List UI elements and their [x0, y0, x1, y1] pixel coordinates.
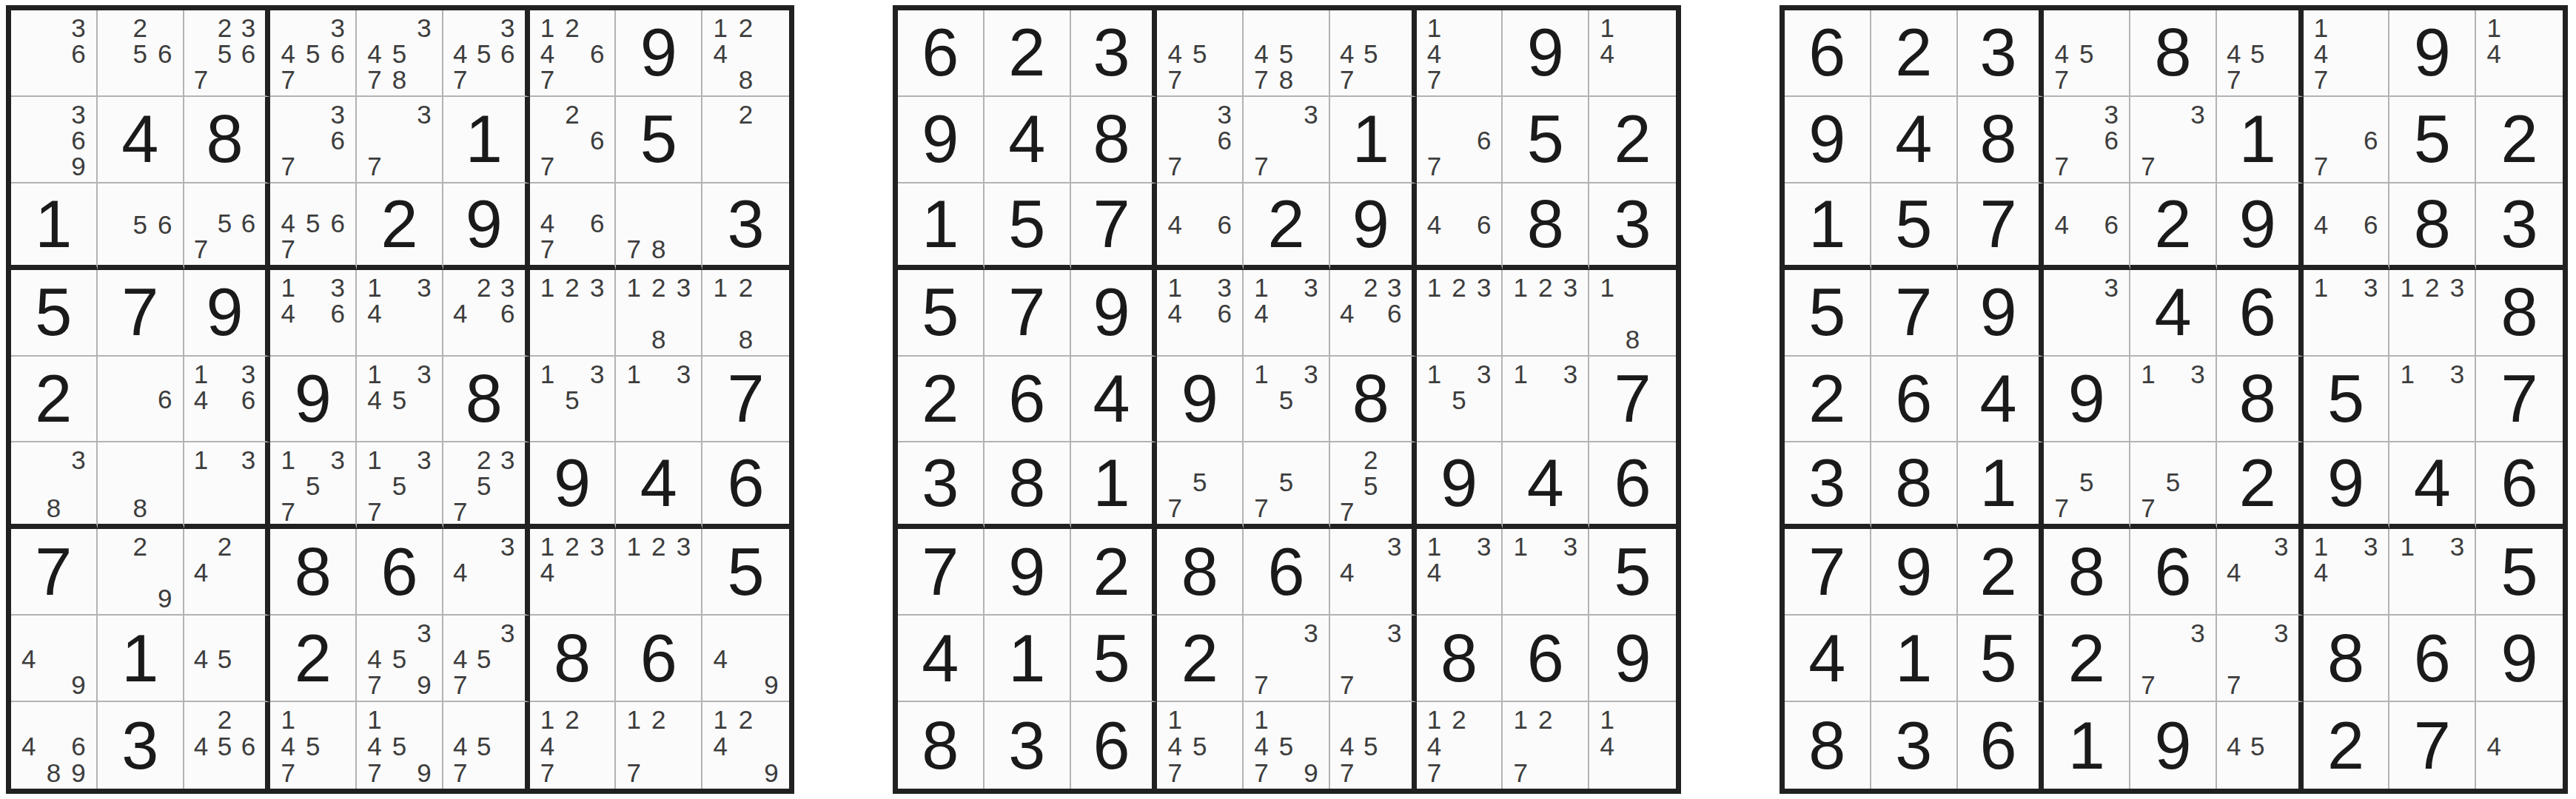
board3-cell-r2c3[interactable]: 8: [1958, 97, 2045, 183]
board3-cell-r8c3[interactable]: 5: [1958, 616, 2045, 702]
board1-cell-r6c7[interactable]: 9: [530, 442, 617, 529]
board1-cell-r9c1[interactable]: 4689: [11, 702, 98, 789]
board1-cell-r1c7[interactable]: 12467: [530, 10, 617, 97]
board1-cell-r8c9[interactable]: 49: [702, 616, 789, 702]
board2-cell-r5c5[interactable]: 135: [1244, 357, 1330, 443]
board1-cell-r1c9[interactable]: 1248: [702, 10, 789, 97]
board1-cell-r9c9[interactable]: 1249: [702, 702, 789, 789]
board2-cell-r6c9[interactable]: 6: [1589, 442, 1676, 529]
board2-cell-r1c8[interactable]: 9: [1503, 10, 1589, 97]
pencil-mark-6: [2185, 646, 2210, 672]
board3-cell-r6c2[interactable]: 8: [1871, 442, 1958, 529]
solved-digit: 9: [616, 10, 701, 95]
pencil-mark-6: [1472, 559, 1497, 585]
pencil-marks: 37: [357, 97, 442, 182]
board3-cell-r5c1[interactable]: 2: [1785, 357, 1871, 443]
board1-cell-r5c6[interactable]: 8: [443, 357, 530, 443]
board2-cell-r2c8[interactable]: 5: [1503, 97, 1589, 183]
board1-cell-r8c6[interactable]: 3457: [443, 616, 530, 702]
board1-cell-r1c5[interactable]: 34578: [357, 10, 443, 97]
board3-cell-r2c9[interactable]: 2: [2476, 97, 2563, 183]
board1-cell-r1c3[interactable]: 23567: [184, 10, 271, 97]
board2-cell-r3c4[interactable]: 46: [1157, 183, 1244, 270]
board1-cell-r7c6[interactable]: 34: [443, 529, 530, 616]
pencil-mark-9: [2358, 326, 2384, 352]
board2-cell-r2c6[interactable]: 1: [1330, 97, 1417, 183]
board1-cell-r7c5[interactable]: 6: [357, 529, 443, 616]
board1-cell-r6c9[interactable]: 6: [702, 442, 789, 529]
board3-cell-r1c4[interactable]: 457: [2044, 10, 2130, 97]
board1-cell-r7c7[interactable]: 1234: [530, 529, 617, 616]
board1-cell-r5c4[interactable]: 9: [270, 357, 357, 443]
pencil-mark-2: 2: [1359, 447, 1383, 473]
board3-cell-r7c1[interactable]: 7: [1785, 529, 1871, 616]
board1-cell-r2c1[interactable]: 369: [11, 97, 98, 183]
board3-cell-r3c1[interactable]: 1: [1785, 183, 1871, 270]
board1-cell-r8c2[interactable]: 1: [98, 616, 184, 702]
board3-cell-r5c5[interactable]: 13: [2130, 357, 2217, 443]
board1-cell-r9c3[interactable]: 2456: [184, 702, 271, 789]
pencil-mark-4: 4: [535, 733, 560, 760]
board1-cell-r8c8[interactable]: 6: [616, 616, 702, 702]
pencil-mark-7: 7: [2222, 672, 2246, 698]
board2-cell-r4c2[interactable]: 7: [985, 270, 1071, 357]
board3-cell-r8c5[interactable]: 37: [2130, 616, 2217, 702]
pencil-mark-3: 3: [671, 361, 697, 387]
board1-cell-r5c2[interactable]: 6: [98, 357, 184, 443]
board1-cell-r1c1[interactable]: 36: [11, 10, 98, 97]
board1-cell-r4c6[interactable]: 2346: [443, 270, 530, 357]
board2-cell-r5c6[interactable]: 8: [1330, 357, 1417, 443]
board3-cell-r4c1[interactable]: 5: [1785, 270, 1871, 357]
pencil-marks: 1457: [1157, 702, 1242, 789]
board2-cell-r7c5[interactable]: 6: [1244, 529, 1330, 616]
board1-cell-r6c1[interactable]: 38: [11, 442, 98, 529]
board3-cell-r3c2[interactable]: 5: [1871, 183, 1958, 270]
board1-cell-r4c3[interactable]: 9: [184, 270, 271, 357]
pencil-mark-2: 2: [1533, 707, 1558, 733]
board3-cell-r4c3[interactable]: 9: [1958, 270, 2045, 357]
board3-cell-r4c7[interactable]: 13: [2304, 270, 2390, 357]
board3-cell-r1c8[interactable]: 9: [2389, 10, 2476, 97]
board3-cell-r6c9[interactable]: 6: [2476, 442, 2563, 529]
pencil-mark-4: 4: [2222, 41, 2246, 67]
pencil-mark-1: [189, 620, 213, 646]
board2-cell-r5c9[interactable]: 7: [1589, 357, 1676, 443]
pencil-mark-6: [1298, 469, 1324, 495]
board3-cell-r1c3[interactable]: 3: [1958, 10, 2045, 97]
board2-cell-r2c2[interactable]: 4: [985, 97, 1071, 183]
board1-cell-r2c2[interactable]: 4: [98, 97, 184, 183]
board1-cell-r9c4[interactable]: 1457: [270, 702, 357, 789]
pencil-mark-4: 4: [1594, 41, 1620, 67]
board2-cell-r4c5[interactable]: 134: [1244, 270, 1330, 357]
board3-cell-r9c8[interactable]: 7: [2389, 702, 2476, 789]
board1-cell-r2c8[interactable]: 5: [616, 97, 702, 183]
board3-cell-r5c3[interactable]: 4: [1958, 357, 2045, 443]
board3-cell-r8c8[interactable]: 6: [2389, 616, 2476, 702]
pencil-marks: 1238: [616, 270, 701, 355]
board1-cell-r3c5[interactable]: 2: [357, 183, 443, 270]
board3-cell-r1c5[interactable]: 8: [2130, 10, 2217, 97]
board3-cell-r5c4[interactable]: 9: [2044, 357, 2130, 443]
board2-cell-r6c5[interactable]: 57: [1244, 442, 1330, 529]
board3-cell-r2c1[interactable]: 9: [1785, 97, 1871, 183]
board1-cell-r3c9[interactable]: 3: [702, 183, 789, 270]
pencil-mark-5: [387, 300, 412, 326]
pencil-mark-5: [2161, 127, 2186, 153]
board3-cell-r7c3[interactable]: 2: [1958, 529, 2045, 616]
board2-cell-r7c3[interactable]: 2: [1071, 529, 1158, 616]
board2-cell-r5c8[interactable]: 13: [1503, 357, 1589, 443]
board1-cell-r5c3[interactable]: 1346: [184, 357, 271, 443]
board3-cell-r3c8[interactable]: 8: [2389, 183, 2476, 270]
board3-cell-r4c6[interactable]: 6: [2217, 270, 2304, 357]
board3-cell-r5c6[interactable]: 8: [2217, 357, 2304, 443]
board3-cell-r4c9[interactable]: 8: [2476, 270, 2563, 357]
board2-cell-r8c5[interactable]: 37: [1244, 616, 1330, 702]
board2-cell-r2c1[interactable]: 9: [898, 97, 985, 183]
pencil-mark-2: [41, 620, 67, 646]
board1-cell-r6c5[interactable]: 1357: [357, 442, 443, 529]
pencil-mark-8: [387, 413, 412, 439]
pencil-mark-6: [2532, 733, 2557, 760]
pencil-mark-9: [585, 153, 610, 179]
board1-cell-r7c2[interactable]: 29: [98, 529, 184, 616]
board3-cell-r9c3[interactable]: 6: [1958, 702, 2045, 789]
board3-cell-r6c7[interactable]: 9: [2304, 442, 2390, 529]
board2-cell-r4c3[interactable]: 9: [1071, 270, 1158, 357]
board2-cell-r3c8[interactable]: 8: [1503, 183, 1589, 270]
board2-cell-r5c1[interactable]: 2: [898, 357, 985, 443]
board1-cell-r7c9[interactable]: 5: [702, 529, 789, 616]
board3-cell-r3c7[interactable]: 46: [2304, 183, 2390, 270]
board2-cell-r6c3[interactable]: 1: [1071, 442, 1158, 529]
board2-cell-r1c1[interactable]: 6: [898, 10, 985, 97]
pencil-mark-3: 3: [1558, 533, 1583, 559]
board2-cell-r5c3[interactable]: 4: [1071, 357, 1158, 443]
board3-cell-r2c2[interactable]: 4: [1871, 97, 1958, 183]
pencil-mark-4: [16, 473, 41, 495]
board3-cell-r3c3[interactable]: 7: [1958, 183, 2045, 270]
board1-cell-r1c8[interactable]: 9: [616, 10, 702, 97]
board2-cell-r2c9[interactable]: 2: [1589, 97, 1676, 183]
board3-cell-r7c9[interactable]: 5: [2476, 529, 2563, 616]
board2-cell-r9c1[interactable]: 8: [898, 702, 985, 789]
board1-cell-r6c4[interactable]: 1357: [270, 442, 357, 529]
board2-cell-r3c3[interactable]: 7: [1071, 183, 1158, 270]
pencil-mark-4: [2049, 300, 2074, 326]
solved-digit: 4: [1503, 442, 1588, 524]
board3-cell-r9c6[interactable]: 45: [2217, 702, 2304, 789]
pencil-mark-8: [127, 585, 152, 611]
board1-cell-r7c8[interactable]: 123: [616, 529, 702, 616]
board2-cell-r2c5[interactable]: 37: [1244, 97, 1330, 183]
board3-cell-r3c9[interactable]: 3: [2476, 183, 2563, 270]
board1-cell-r3c3[interactable]: 567: [184, 183, 271, 270]
board3-cell-r1c6[interactable]: 457: [2217, 10, 2304, 97]
board1-cell-r4c2[interactable]: 7: [98, 270, 184, 357]
board2-cell-r7c4[interactable]: 8: [1157, 529, 1244, 616]
board1-cell-r8c5[interactable]: 34579: [357, 616, 443, 702]
pencil-marks: 8: [98, 442, 183, 524]
board3-cell-r8c6[interactable]: 37: [2217, 616, 2304, 702]
pencil-mark-5: 5: [1359, 733, 1383, 760]
board3-cell-r7c7[interactable]: 134: [2304, 529, 2390, 616]
board3-cell-r5c9[interactable]: 7: [2476, 357, 2563, 443]
board1-cell-r8c7[interactable]: 8: [530, 616, 617, 702]
board1-cell-r1c6[interactable]: 34567: [443, 10, 530, 97]
pencil-mark-7: 7: [449, 499, 472, 525]
board2-cell-r4c1[interactable]: 5: [898, 270, 985, 357]
board2-cell-r8c7[interactable]: 8: [1417, 616, 1503, 702]
board1-cell-r9c5[interactable]: 14579: [357, 702, 443, 789]
pencil-mark-9: [1298, 495, 1324, 521]
board2-cell-r1c7[interactable]: 147: [1417, 10, 1503, 97]
board3-cell-r8c2[interactable]: 1: [1871, 616, 1958, 702]
board1-cell-r4c8[interactable]: 1238: [616, 270, 702, 357]
board2-cell-r6c2[interactable]: 8: [985, 442, 1071, 529]
board2-cell-r1c9[interactable]: 14: [1589, 10, 1676, 97]
board1-cell-r5c8[interactable]: 13: [616, 357, 702, 443]
board1-cell-r3c4[interactable]: 4567: [270, 183, 357, 270]
board2-cell-r2c3[interactable]: 8: [1071, 97, 1158, 183]
board2-cell-r8c2[interactable]: 1: [985, 616, 1071, 702]
board3-cell-r4c5[interactable]: 4: [2130, 270, 2217, 357]
board2-cell-r9c9[interactable]: 14: [1589, 702, 1676, 789]
board1-cell-r5c5[interactable]: 1345: [357, 357, 443, 443]
board2-cell-r3c5[interactable]: 2: [1244, 183, 1330, 270]
board3-cell-r1c2[interactable]: 2: [1871, 10, 1958, 97]
board2-cell-r6c6[interactable]: 257: [1330, 442, 1417, 529]
board2-cell-r2c4[interactable]: 367: [1157, 97, 1244, 183]
board2-cell-r6c8[interactable]: 4: [1503, 442, 1589, 529]
board3-cell-r5c8[interactable]: 13: [2389, 357, 2476, 443]
board1-cell-r3c7[interactable]: 467: [530, 183, 617, 270]
board1-cell-r9c6[interactable]: 457: [443, 702, 530, 789]
board1-cell-r5c9[interactable]: 7: [702, 357, 789, 443]
pencil-mark-9: [759, 326, 784, 352]
board2-cell-r6c7[interactable]: 9: [1417, 442, 1503, 529]
board2-cell-r4c4[interactable]: 1346: [1157, 270, 1244, 357]
board1-cell-r8c4[interactable]: 2: [270, 616, 357, 702]
board2-cell-r1c6[interactable]: 457: [1330, 10, 1417, 97]
board3-cell-r6c4[interactable]: 57: [2044, 442, 2130, 529]
pencil-mark-4: 4: [16, 733, 41, 760]
board1-cell-r7c4[interactable]: 8: [270, 529, 357, 616]
pencil-mark-5: [1359, 559, 1383, 585]
solved-digit: 9: [985, 529, 1070, 614]
board3-cell-r2c4[interactable]: 367: [2044, 97, 2130, 183]
board2-cell-r8c6[interactable]: 37: [1330, 616, 1417, 702]
board3-cell-r9c5[interactable]: 9: [2130, 702, 2217, 789]
board2-cell-r7c7[interactable]: 134: [1417, 529, 1503, 616]
board1-cell-r5c1[interactable]: 2: [11, 357, 98, 443]
board2-cell-r2c7[interactable]: 67: [1417, 97, 1503, 183]
board1-cell-r3c2[interactable]: 56: [98, 183, 184, 270]
board1-cell-r2c3[interactable]: 8: [184, 97, 271, 183]
board2-cell-r9c8[interactable]: 127: [1503, 702, 1589, 789]
board1-cell-r4c1[interactable]: 5: [11, 270, 98, 357]
board3-cell-r3c5[interactable]: 2: [2130, 183, 2217, 270]
board1-cell-r2c9[interactable]: 2: [702, 97, 789, 183]
board3-cell-r2c6[interactable]: 1: [2217, 97, 2304, 183]
board3-cell-r5c2[interactable]: 6: [1871, 357, 1958, 443]
board3-cell-r1c7[interactable]: 147: [2304, 10, 2390, 97]
board3-cell-r1c1[interactable]: 6: [1785, 10, 1871, 97]
board3-cell-r9c7[interactable]: 2: [2304, 702, 2390, 789]
board2-cell-r9c3[interactable]: 6: [1071, 702, 1158, 789]
board1-cell-r4c9[interactable]: 128: [702, 270, 789, 357]
board3-cell-r2c8[interactable]: 5: [2389, 97, 2476, 183]
board3-cell-r9c9[interactable]: 4: [2476, 702, 2563, 789]
board3-cell-r3c4[interactable]: 46: [2044, 183, 2130, 270]
board2-cell-r8c8[interactable]: 6: [1503, 616, 1589, 702]
board2-cell-r7c1[interactable]: 7: [898, 529, 985, 616]
board2-cell-r3c6[interactable]: 9: [1330, 183, 1417, 270]
board3-cell-r7c2[interactable]: 9: [1871, 529, 1958, 616]
board1-cell-r3c8[interactable]: 78: [616, 183, 702, 270]
board2-cell-r9c4[interactable]: 1457: [1157, 702, 1244, 789]
board2-cell-r6c4[interactable]: 57: [1157, 442, 1244, 529]
pencil-marks: 34567: [443, 10, 525, 95]
board1-cell-r2c4[interactable]: 367: [270, 97, 357, 183]
board1-cell-r8c1[interactable]: 49: [11, 616, 98, 702]
board2-cell-r5c2[interactable]: 6: [985, 357, 1071, 443]
board1-cell-r6c3[interactable]: 13: [184, 442, 271, 529]
board2-cell-r7c9[interactable]: 5: [1589, 529, 1676, 616]
board3-cell-r6c5[interactable]: 57: [2130, 442, 2217, 529]
board1-cell-r6c6[interactable]: 2357: [443, 442, 530, 529]
board2-cell-r9c2[interactable]: 3: [985, 702, 1071, 789]
solved-digit: 9: [1958, 270, 2039, 355]
board3-cell-r6c3[interactable]: 1: [1958, 442, 2045, 529]
board2-cell-r6c1[interactable]: 3: [898, 442, 985, 529]
board3-cell-r8c9[interactable]: 9: [2476, 616, 2563, 702]
board3-cell-r9c4[interactable]: 1: [2044, 702, 2130, 789]
pencil-mark-2: [2074, 274, 2099, 300]
board1-cell-r1c2[interactable]: 256: [98, 10, 184, 97]
pencil-mark-4: [362, 127, 387, 153]
pencil-mark-5: [1446, 300, 1472, 326]
board3-cell-r9c2[interactable]: 3: [1871, 702, 1958, 789]
board3-cell-r9c1[interactable]: 8: [1785, 702, 1871, 789]
board1-cell-r2c6[interactable]: 1: [443, 97, 530, 183]
board3-cell-r2c7[interactable]: 67: [2304, 97, 2390, 183]
board3-cell-r8c4[interactable]: 2: [2044, 616, 2130, 702]
board3-cell-r5c7[interactable]: 5: [2304, 357, 2390, 443]
board3-cell-r4c8[interactable]: 123: [2389, 270, 2476, 357]
board2-cell-r4c8[interactable]: 123: [1503, 270, 1589, 357]
solved-digit: 9: [898, 97, 983, 182]
board1-cell-r2c7[interactable]: 267: [530, 97, 617, 183]
board2-cell-r8c4[interactable]: 2: [1157, 616, 1244, 702]
board3-cell-r3c6[interactable]: 9: [2217, 183, 2304, 270]
board1-cell-r2c5[interactable]: 37: [357, 97, 443, 183]
board3-cell-r8c1[interactable]: 4: [1785, 616, 1871, 702]
board2-cell-r9c6[interactable]: 457: [1330, 702, 1417, 789]
board2-cell-r7c8[interactable]: 13: [1503, 529, 1589, 616]
pencil-mark-2: [212, 188, 236, 210]
board1-cell-r8c3[interactable]: 45: [184, 616, 271, 702]
board1-cell-r3c1[interactable]: 1: [11, 183, 98, 270]
board2-cell-r4c9[interactable]: 18: [1589, 270, 1676, 357]
board3-cell-r4c2[interactable]: 7: [1871, 270, 1958, 357]
board3-cell-r1c9[interactable]: 14: [2476, 10, 2563, 97]
board3-cell-r6c6[interactable]: 2: [2217, 442, 2304, 529]
board2-cell-r7c6[interactable]: 34: [1330, 529, 1417, 616]
pencil-mark-3: [1383, 447, 1406, 473]
pencil-mark-7: [16, 672, 41, 698]
board3-cell-r8c7[interactable]: 8: [2304, 616, 2390, 702]
board1-cell-r5c7[interactable]: 135: [530, 357, 617, 443]
pencil-mark-4: 4: [1162, 300, 1187, 326]
board3-cell-r7c6[interactable]: 34: [2217, 529, 2304, 616]
board2-cell-r9c7[interactable]: 1247: [1417, 702, 1503, 789]
board3-cell-r6c8[interactable]: 4: [2389, 442, 2476, 529]
pencil-mark-6: 6: [1212, 127, 1238, 153]
board1-cell-r3c6[interactable]: 9: [443, 183, 530, 270]
board2-cell-r8c9[interactable]: 9: [1589, 616, 1676, 702]
board2-cell-r8c3[interactable]: 5: [1071, 616, 1158, 702]
solved-digit: 9: [1417, 442, 1502, 524]
board3-cell-r7c4[interactable]: 8: [2044, 529, 2130, 616]
board2-cell-r5c7[interactable]: 135: [1417, 357, 1503, 443]
pencil-marks: 457: [1157, 10, 1242, 95]
board1-cell-r4c7[interactable]: 123: [530, 270, 617, 357]
board2-cell-r5c4[interactable]: 9: [1157, 357, 1244, 443]
board2-cell-r7c2[interactable]: 9: [985, 529, 1071, 616]
board1-cell-r1c4[interactable]: 34567: [270, 10, 357, 97]
pencil-mark-6: 6: [326, 210, 351, 236]
board2-cell-r1c4[interactable]: 457: [1157, 10, 1244, 97]
board1-cell-r7c1[interactable]: 7: [11, 529, 98, 616]
board1-cell-r6c8[interactable]: 4: [616, 442, 702, 529]
board2-cell-r9c5[interactable]: 14579: [1244, 702, 1330, 789]
pencil-mark-3: 3: [496, 447, 520, 473]
board1-cell-r9c2[interactable]: 3: [98, 702, 184, 789]
board2-cell-r3c2[interactable]: 5: [985, 183, 1071, 270]
board2-cell-r4c6[interactable]: 2346: [1330, 270, 1417, 357]
board3-cell-r4c4[interactable]: 3: [2044, 270, 2130, 357]
pencil-mark-8: [212, 67, 236, 92]
board2-cell-r3c9[interactable]: 3: [1589, 183, 1676, 270]
board3-cell-r7c8[interactable]: 13: [2389, 529, 2476, 616]
board3-cell-r2c5[interactable]: 37: [2130, 97, 2217, 183]
board1-cell-r4c5[interactable]: 134: [357, 270, 443, 357]
board3-cell-r7c5[interactable]: 6: [2130, 529, 2217, 616]
board1-cell-r7c3[interactable]: 24: [184, 529, 271, 616]
board1-cell-r9c7[interactable]: 1247: [530, 702, 617, 789]
board1-cell-r4c4[interactable]: 1346: [270, 270, 357, 357]
pencil-marks: 1346: [184, 357, 266, 442]
board2-cell-r1c5[interactable]: 4578: [1244, 10, 1330, 97]
pencil-mark-8: [1533, 412, 1558, 438]
board2-cell-r1c2[interactable]: 2: [985, 10, 1071, 97]
pencil-mark-2: [387, 101, 412, 127]
pencil-mark-6: [1558, 733, 1583, 760]
pencil-mark-9: [66, 67, 91, 92]
board2-cell-r1c3[interactable]: 3: [1071, 10, 1158, 97]
board2-cell-r8c1[interactable]: 4: [898, 616, 985, 702]
pencil-mark-8: [2506, 67, 2532, 92]
board2-cell-r3c7[interactable]: 46: [1417, 183, 1503, 270]
board2-cell-r3c1[interactable]: 1: [898, 183, 985, 270]
board3-cell-r6c1[interactable]: 3: [1785, 442, 1871, 529]
board1-cell-r9c8[interactable]: 127: [616, 702, 702, 789]
board2-cell-r4c7[interactable]: 123: [1417, 270, 1503, 357]
board1-cell-r6c2[interactable]: 8: [98, 442, 184, 529]
